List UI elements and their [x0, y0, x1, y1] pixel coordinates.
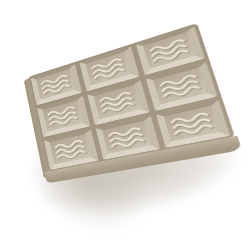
wavy-lines-icon: [143, 32, 195, 69]
chocolate-bar: [28, 23, 235, 172]
wavy-lines-icon: [36, 69, 75, 100]
wavy-lines-icon: [94, 85, 140, 118]
wavy-lines-icon: [153, 68, 207, 104]
wavy-lines-icon: [103, 121, 151, 154]
wavy-lines-icon: [43, 101, 83, 132]
wavy-lines-icon: [86, 52, 131, 86]
wavy-lines-icon: [50, 134, 91, 164]
photo-scene: [0, 0, 250, 250]
wavy-lines-icon: [163, 105, 219, 141]
